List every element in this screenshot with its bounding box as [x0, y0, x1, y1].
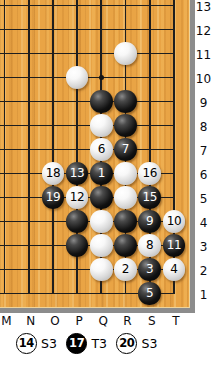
stone-R11: [114, 42, 137, 65]
stone-move-number: 10: [167, 210, 181, 233]
row-label-2: 2: [195, 265, 212, 278]
stone-Q6: 1: [90, 162, 113, 185]
stone-P4: [66, 210, 89, 233]
row-label-11: 11: [195, 49, 212, 62]
stone-S2: 3: [138, 258, 161, 281]
stone-P3: [66, 234, 89, 257]
caption-move-badge-14: 14: [16, 333, 37, 354]
stone-R6: [114, 162, 137, 185]
stone-move-number: 11: [167, 234, 181, 257]
stone-move-number: 15: [142, 186, 156, 209]
stone-R9: [114, 90, 137, 113]
stone-move-number: 16: [142, 162, 156, 185]
stone-move-number: 8: [146, 234, 153, 257]
stone-T3: 11: [163, 234, 186, 257]
caption-move-point-20: S3: [141, 336, 157, 351]
row-label-10: 10: [195, 73, 212, 86]
column-label-P: P: [69, 315, 89, 328]
caption-move-point-17: T3: [91, 336, 107, 351]
row-label-6: 6: [195, 169, 212, 182]
stone-R8: [114, 114, 137, 137]
row-label-1: 1: [195, 289, 212, 302]
stone-S6: 16: [138, 162, 161, 185]
stone-move-number: 1: [98, 162, 105, 185]
stone-R5: [114, 186, 137, 209]
stone-R2: 2: [114, 258, 137, 281]
column-label-N: N: [21, 315, 41, 328]
stone-move-number: 19: [46, 186, 60, 209]
stone-move-number: 4: [170, 258, 177, 281]
column-label-R: R: [118, 315, 138, 328]
go-board: 6718131161912159108112345: [0, 0, 195, 313]
row-label-9: 9: [195, 97, 212, 110]
stone-Q2: [90, 258, 113, 281]
row-label-3: 3: [195, 241, 212, 254]
stone-move-number: 7: [122, 138, 129, 161]
row-label-7: 7: [195, 145, 212, 158]
stone-S4: 9: [138, 210, 161, 233]
grid-line-col-N: [28, 0, 30, 294]
stone-T2: 4: [163, 258, 186, 281]
stone-move-number: 9: [146, 210, 153, 233]
stone-Q8: [90, 114, 113, 137]
grid-line-row-12: [0, 29, 175, 31]
stone-move-number: 6: [98, 138, 105, 161]
stone-O5: 19: [42, 186, 65, 209]
stone-P5: 12: [66, 186, 89, 209]
column-coordinate-labels: MNOPQRST: [0, 315, 212, 329]
stone-move-number: 2: [122, 258, 129, 281]
go-diagram: 6718131161912159108112345 13121110987654…: [0, 0, 212, 369]
stone-R4: [114, 210, 137, 233]
caption-move-badge-20: 20: [116, 333, 137, 354]
stone-O6: 18: [42, 162, 65, 185]
grid-line-row-7: [0, 149, 175, 151]
stone-move-number: 5: [146, 282, 153, 305]
caption-move-badge-17: 17: [66, 333, 87, 354]
stone-P10: [66, 66, 89, 89]
stone-R3: [114, 234, 137, 257]
star-point-Q10: [99, 75, 105, 81]
stone-S3: 8: [138, 234, 161, 257]
stone-T4: 10: [163, 210, 186, 233]
stone-move-number: 13: [70, 162, 84, 185]
stone-S1: 5: [138, 282, 161, 305]
stone-Q9: [90, 90, 113, 113]
stone-move-number: 3: [146, 258, 153, 281]
column-label-T: T: [166, 315, 186, 328]
column-label-M: M: [0, 315, 17, 328]
row-label-4: 4: [195, 217, 212, 230]
row-label-5: 5: [195, 193, 212, 206]
stone-Q3: [90, 234, 113, 257]
grid-line-row-8: [0, 125, 175, 127]
caption-move-point-14: S3: [41, 336, 57, 351]
row-label-12: 12: [195, 25, 212, 38]
move-caption: 14S317T320S3: [16, 333, 167, 354]
grid-line-row-11: [0, 53, 175, 55]
column-label-Q: Q: [93, 315, 113, 328]
row-label-13: 13: [195, 1, 212, 14]
stone-S5: 15: [138, 186, 161, 209]
grid-line-row-13: [0, 5, 175, 7]
stone-Q4: [90, 210, 113, 233]
grid-line-row-9: [0, 101, 175, 103]
column-label-S: S: [142, 315, 162, 328]
stone-Q7: 6: [90, 138, 113, 161]
row-label-8: 8: [195, 121, 212, 134]
row-coordinate-labels: 13121110987654321: [195, 0, 212, 313]
stone-move-number: 18: [46, 162, 60, 185]
stone-move-number: 12: [70, 186, 84, 209]
stone-R7: 7: [114, 138, 137, 161]
grid-line-col-O: [52, 0, 54, 294]
board-wood: 6718131161912159108112345: [0, 0, 190, 308]
column-label-O: O: [45, 315, 65, 328]
grid-line-col-M: [4, 0, 6, 294]
stone-P6: 13: [66, 162, 89, 185]
stone-Q5: [90, 186, 113, 209]
